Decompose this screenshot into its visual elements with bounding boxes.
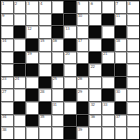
- black-cell: [52, 26, 64, 38]
- black-cell: [102, 64, 114, 76]
- white-cell[interactable]: 12: [26, 26, 38, 38]
- white-cell[interactable]: [1, 102, 13, 114]
- white-cell[interactable]: 5: [77, 1, 89, 13]
- white-cell[interactable]: 8: [127, 1, 139, 13]
- clue-number: 24: [15, 77, 19, 81]
- white-cell[interactable]: [64, 77, 76, 89]
- black-cell: [77, 102, 89, 114]
- white-cell[interactable]: [89, 127, 101, 139]
- black-cell: [26, 89, 38, 101]
- white-cell[interactable]: 39: [77, 127, 89, 139]
- black-cell: [26, 115, 38, 127]
- clue-number: 21: [103, 52, 107, 56]
- black-cell: [77, 64, 89, 76]
- black-cell: [52, 64, 64, 76]
- white-cell[interactable]: [26, 102, 38, 114]
- clue-number: 31: [53, 103, 57, 107]
- black-cell: [102, 14, 114, 26]
- white-cell[interactable]: 29: [77, 89, 89, 101]
- black-cell: [26, 64, 38, 76]
- black-cell: [102, 39, 114, 51]
- clue-number: 5: [78, 2, 80, 6]
- white-cell[interactable]: 15: [39, 39, 51, 51]
- white-cell[interactable]: [127, 26, 139, 38]
- black-cell: [39, 102, 51, 114]
- clue-number: 1: [2, 2, 4, 6]
- white-cell[interactable]: 18: [115, 39, 127, 51]
- white-cell[interactable]: [14, 127, 26, 139]
- white-cell[interactable]: 11: [115, 14, 127, 26]
- clue-number: 20: [65, 52, 69, 56]
- clue-number: 23: [2, 77, 6, 81]
- white-cell[interactable]: 3: [26, 1, 38, 13]
- white-cell[interactable]: 2: [14, 1, 26, 13]
- white-cell[interactable]: [14, 14, 26, 26]
- black-cell: [64, 39, 76, 51]
- clue-number: 7: [116, 2, 118, 6]
- white-cell[interactable]: [127, 127, 139, 139]
- white-cell[interactable]: [127, 39, 139, 51]
- black-cell: [14, 52, 26, 64]
- white-cell[interactable]: 1: [1, 1, 13, 13]
- white-cell[interactable]: 24: [14, 77, 26, 89]
- crossword-puzzle: 1234567891011121314151617181920212223242…: [0, 0, 140, 140]
- clue-number: 14: [2, 39, 6, 43]
- white-cell[interactable]: [1, 52, 13, 64]
- clue-number: 32: [90, 103, 94, 107]
- white-cell[interactable]: [115, 52, 127, 64]
- black-cell: [64, 1, 76, 13]
- white-cell[interactable]: [102, 115, 114, 127]
- white-cell[interactable]: 17: [77, 39, 89, 51]
- clue-number: 33: [103, 103, 107, 107]
- black-cell: [115, 64, 127, 76]
- white-cell[interactable]: [52, 127, 64, 139]
- black-cell: [115, 77, 127, 89]
- white-cell[interactable]: [52, 1, 64, 13]
- white-cell[interactable]: 4: [39, 1, 51, 13]
- clue-number: 17: [78, 39, 82, 43]
- clue-number: 16: [53, 39, 57, 43]
- white-cell[interactable]: [89, 14, 101, 26]
- white-cell[interactable]: [14, 115, 26, 127]
- clue-number: 8: [128, 2, 130, 6]
- white-cell[interactable]: 38: [1, 127, 13, 139]
- white-cell[interactable]: 28: [39, 89, 51, 101]
- white-cell[interactable]: [1, 64, 13, 76]
- clue-number: 30: [116, 90, 120, 94]
- white-cell[interactable]: [127, 64, 139, 76]
- black-cell: [115, 26, 127, 38]
- black-cell: [39, 77, 51, 89]
- clue-number: 9: [2, 14, 4, 18]
- clue-number: 37: [116, 115, 120, 119]
- white-cell[interactable]: [64, 102, 76, 114]
- white-cell[interactable]: 21: [102, 52, 114, 64]
- black-cell: [64, 127, 76, 139]
- white-cell[interactable]: [102, 127, 114, 139]
- white-cell[interactable]: 33: [102, 102, 114, 114]
- white-cell[interactable]: 23: [1, 77, 13, 89]
- white-cell[interactable]: 31: [52, 102, 64, 114]
- white-cell[interactable]: [39, 52, 51, 64]
- clue-number: 3: [27, 2, 29, 6]
- white-cell[interactable]: [77, 26, 89, 38]
- black-cell: [102, 89, 114, 101]
- white-cell[interactable]: [89, 89, 101, 101]
- clue-number: 29: [78, 90, 82, 94]
- white-cell[interactable]: 32: [89, 102, 101, 114]
- clue-number: 34: [2, 115, 6, 119]
- white-cell[interactable]: 14: [1, 39, 13, 51]
- white-cell[interactable]: 26: [77, 77, 89, 89]
- clue-number: 28: [40, 90, 44, 94]
- black-cell: [14, 26, 26, 38]
- white-cell[interactable]: [39, 14, 51, 26]
- black-cell: [89, 26, 101, 38]
- black-cell: [89, 52, 101, 64]
- white-cell[interactable]: [102, 77, 114, 89]
- clue-number: 11: [116, 14, 120, 18]
- clue-number: 22: [90, 65, 94, 69]
- clue-number: 26: [78, 77, 82, 81]
- clue-number: 25: [53, 77, 57, 81]
- white-cell[interactable]: [77, 52, 89, 64]
- black-cell: [77, 115, 89, 127]
- white-cell[interactable]: 20: [64, 52, 76, 64]
- white-cell[interactable]: [102, 26, 114, 38]
- white-cell[interactable]: [115, 127, 127, 139]
- white-cell[interactable]: [14, 39, 26, 51]
- white-cell[interactable]: [39, 127, 51, 139]
- white-cell[interactable]: 34: [1, 115, 13, 127]
- clue-number: 6: [90, 2, 92, 6]
- clue-number: 13: [65, 27, 69, 31]
- black-cell: [14, 64, 26, 76]
- white-cell[interactable]: [52, 52, 64, 64]
- clue-number: 35: [40, 115, 44, 119]
- white-cell[interactable]: [39, 64, 51, 76]
- black-cell: [14, 102, 26, 114]
- clue-number: 10: [78, 14, 82, 18]
- white-cell[interactable]: 27: [1, 89, 13, 101]
- clue-number: 15: [40, 39, 44, 43]
- white-cell[interactable]: 25: [52, 77, 64, 89]
- white-cell[interactable]: [127, 52, 139, 64]
- clue-number: 4: [40, 2, 42, 6]
- white-cell[interactable]: 7: [115, 1, 127, 13]
- black-cell: [64, 14, 76, 26]
- clue-number: 38: [2, 128, 6, 132]
- white-cell[interactable]: 16: [52, 39, 64, 51]
- white-cell[interactable]: [127, 102, 139, 114]
- white-cell[interactable]: 19: [26, 52, 38, 64]
- white-cell[interactable]: [127, 14, 139, 26]
- white-cell[interactable]: [89, 39, 101, 51]
- white-cell[interactable]: [64, 64, 76, 76]
- white-cell[interactable]: [127, 115, 139, 127]
- white-cell[interactable]: [52, 89, 64, 101]
- black-cell: [115, 102, 127, 114]
- white-cell[interactable]: [26, 14, 38, 26]
- white-cell[interactable]: [26, 127, 38, 139]
- black-cell: [64, 89, 76, 101]
- black-cell: [26, 39, 38, 51]
- black-cell: [64, 115, 76, 127]
- white-cell[interactable]: 22: [89, 64, 101, 76]
- white-cell[interactable]: [1, 26, 13, 38]
- white-cell[interactable]: [127, 89, 139, 101]
- white-cell[interactable]: 13: [64, 26, 76, 38]
- white-cell[interactable]: [39, 26, 51, 38]
- white-cell[interactable]: 9: [1, 14, 13, 26]
- white-cell[interactable]: 35: [39, 115, 51, 127]
- black-cell: [52, 14, 64, 26]
- white-cell[interactable]: 30: [115, 89, 127, 101]
- clue-number: 39: [78, 128, 82, 132]
- white-cell[interactable]: [102, 1, 114, 13]
- white-cell[interactable]: [89, 77, 101, 89]
- white-cell[interactable]: [52, 115, 64, 127]
- clue-number: 12: [27, 27, 31, 31]
- white-cell[interactable]: [127, 77, 139, 89]
- crossword-grid: 1234567891011121314151617181920212223242…: [0, 0, 140, 140]
- white-cell[interactable]: [26, 77, 38, 89]
- white-cell[interactable]: 6: [89, 1, 101, 13]
- white-cell[interactable]: 36: [89, 115, 101, 127]
- white-cell[interactable]: [14, 89, 26, 101]
- white-cell[interactable]: 37: [115, 115, 127, 127]
- clue-number: 36: [90, 115, 94, 119]
- clue-number: 19: [27, 52, 31, 56]
- white-cell[interactable]: 10: [77, 14, 89, 26]
- clue-number: 18: [116, 39, 120, 43]
- clue-number: 27: [2, 90, 6, 94]
- clue-number: 2: [15, 2, 17, 6]
